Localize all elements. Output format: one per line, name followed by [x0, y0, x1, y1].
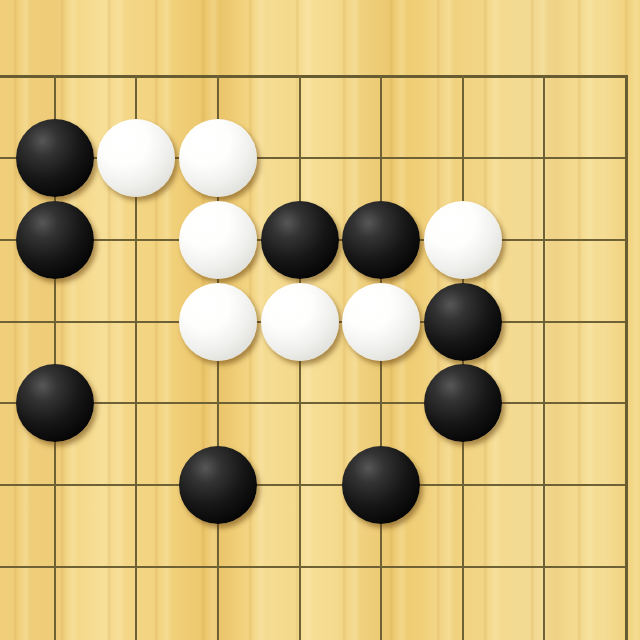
board-intersection[interactable] — [585, 363, 640, 445]
white-stone — [424, 201, 502, 279]
board-intersection[interactable] — [340, 199, 422, 281]
board-intersection[interactable] — [14, 281, 96, 363]
board-intersection[interactable] — [0, 526, 14, 608]
board-intersection[interactable] — [259, 199, 341, 281]
board-intersection[interactable] — [177, 444, 259, 526]
board-intersection[interactable] — [95, 35, 177, 117]
board-intersection[interactable] — [259, 444, 341, 526]
board-intersection[interactable] — [95, 608, 177, 640]
board-intersection[interactable] — [585, 608, 640, 640]
board-intersection[interactable] — [95, 281, 177, 363]
board-intersection[interactable] — [504, 608, 586, 640]
board-intersection[interactable] — [177, 281, 259, 363]
board-intersection[interactable] — [259, 363, 341, 445]
black-stone — [424, 364, 502, 442]
board-intersection[interactable] — [0, 444, 14, 526]
white-stone — [97, 119, 175, 197]
board-intersection[interactable] — [340, 35, 422, 117]
board-intersection[interactable] — [177, 526, 259, 608]
board-intersection[interactable] — [422, 608, 504, 640]
board-intersection[interactable] — [259, 35, 341, 117]
board-intersection[interactable] — [14, 363, 96, 445]
board-grid — [0, 35, 640, 640]
white-stone — [342, 283, 420, 361]
white-stone — [179, 201, 257, 279]
board-intersection[interactable] — [504, 199, 586, 281]
board-intersection[interactable] — [177, 363, 259, 445]
board-intersection[interactable] — [340, 363, 422, 445]
board-intersection[interactable] — [422, 117, 504, 199]
board-intersection[interactable] — [259, 526, 341, 608]
board-intersection[interactable] — [340, 608, 422, 640]
board-intersection[interactable] — [0, 117, 14, 199]
board-intersection[interactable] — [177, 199, 259, 281]
board-intersection[interactable] — [340, 117, 422, 199]
board-intersection[interactable] — [585, 444, 640, 526]
board-intersection[interactable] — [95, 117, 177, 199]
board-intersection[interactable] — [95, 526, 177, 608]
board-intersection[interactable] — [422, 444, 504, 526]
board-intersection[interactable] — [504, 526, 586, 608]
board-intersection[interactable] — [422, 363, 504, 445]
board-intersection[interactable] — [14, 608, 96, 640]
board-intersection[interactable] — [0, 363, 14, 445]
board-intersection[interactable] — [177, 608, 259, 640]
board-intersection[interactable] — [340, 526, 422, 608]
board-intersection[interactable] — [14, 444, 96, 526]
board-intersection[interactable] — [585, 117, 640, 199]
board-intersection[interactable] — [585, 281, 640, 363]
board-intersection[interactable] — [0, 199, 14, 281]
black-stone — [16, 119, 94, 197]
board-intersection[interactable] — [177, 35, 259, 117]
white-stone — [179, 119, 257, 197]
black-stone — [179, 446, 257, 524]
white-stone — [261, 283, 339, 361]
black-stone — [424, 283, 502, 361]
board-intersection[interactable] — [259, 281, 341, 363]
board-intersection[interactable] — [14, 117, 96, 199]
board-intersection[interactable] — [422, 35, 504, 117]
board-intersection[interactable] — [95, 444, 177, 526]
board-intersection[interactable] — [585, 526, 640, 608]
board-intersection[interactable] — [422, 199, 504, 281]
board-intersection[interactable] — [177, 117, 259, 199]
board-intersection[interactable] — [504, 444, 586, 526]
board-intersection[interactable] — [259, 117, 341, 199]
black-stone — [261, 201, 339, 279]
black-stone — [16, 364, 94, 442]
board-intersection[interactable] — [95, 199, 177, 281]
board-intersection[interactable] — [0, 281, 14, 363]
board-intersection[interactable] — [95, 363, 177, 445]
board-intersection[interactable] — [422, 526, 504, 608]
board-intersection[interactable] — [422, 281, 504, 363]
black-stone — [16, 201, 94, 279]
board-intersection[interactable] — [259, 608, 341, 640]
board-intersection[interactable] — [14, 35, 96, 117]
black-stone — [342, 201, 420, 279]
board-intersection[interactable] — [504, 117, 586, 199]
board-intersection[interactable] — [340, 281, 422, 363]
go-board — [0, 0, 640, 640]
board-intersection[interactable] — [0, 35, 14, 117]
board-intersection[interactable] — [504, 35, 586, 117]
board-intersection[interactable] — [340, 444, 422, 526]
board-intersection[interactable] — [0, 608, 14, 640]
black-stone — [342, 446, 420, 524]
board-intersection[interactable] — [14, 526, 96, 608]
board-intersection[interactable] — [585, 35, 640, 117]
white-stone — [179, 283, 257, 361]
board-intersection[interactable] — [504, 363, 586, 445]
board-intersection[interactable] — [14, 199, 96, 281]
board-intersection[interactable] — [504, 281, 586, 363]
board-intersection[interactable] — [585, 199, 640, 281]
